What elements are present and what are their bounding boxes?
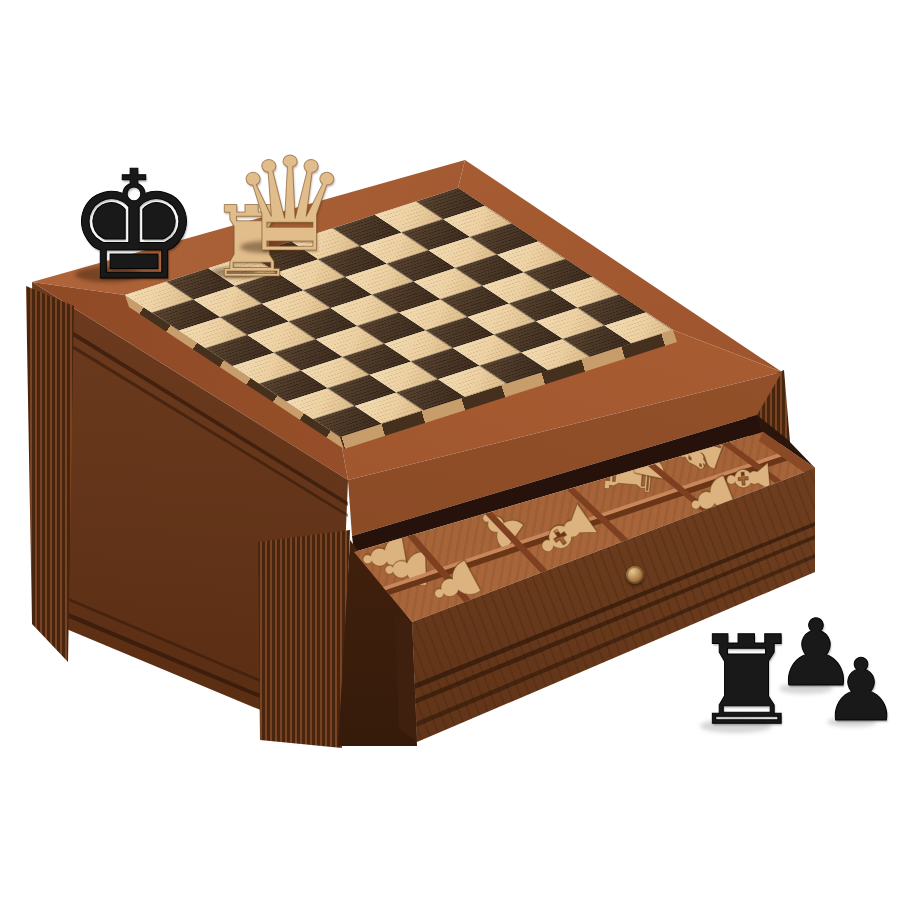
black-king-a8: ♚ — [59, 151, 209, 301]
white-queen-d8: ♛ — [225, 140, 355, 270]
product-photo-stage: ♟♟♟♟♜♟♞ ♟♝♟♝ ♚♜♛♜♟♟ — [0, 0, 900, 900]
black-pawn-offboard: ♟ — [818, 647, 900, 733]
drawer-knob — [626, 566, 644, 584]
